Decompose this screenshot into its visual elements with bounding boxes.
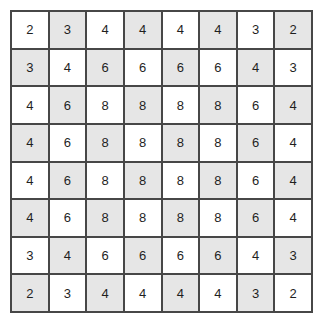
grid-cell: 6 <box>87 238 123 274</box>
grid-cell: 4 <box>87 275 123 311</box>
grid-cell: 3 <box>50 275 86 311</box>
grid-cell: 6 <box>200 50 236 86</box>
grid-cell: 4 <box>12 125 48 161</box>
grid-cell: 6 <box>163 50 199 86</box>
grid-cell: 4 <box>163 275 199 311</box>
grid-cell: 6 <box>238 87 274 123</box>
grid-cell: 8 <box>125 87 161 123</box>
grid-cell: 8 <box>125 200 161 236</box>
grid-cell: 6 <box>238 200 274 236</box>
grid-cell: 3 <box>12 50 48 86</box>
grid-cell: 6 <box>50 125 86 161</box>
grid-cell: 4 <box>125 12 161 48</box>
grid-cell: 8 <box>125 125 161 161</box>
grid-cell: 8 <box>125 163 161 199</box>
grid-cell: 3 <box>275 238 311 274</box>
grid-cell: 4 <box>238 50 274 86</box>
grid-cell: 8 <box>87 163 123 199</box>
grid-cell: 3 <box>50 12 86 48</box>
grid-cell: 8 <box>200 87 236 123</box>
grid-cell: 3 <box>275 50 311 86</box>
grid-cell: 6 <box>238 163 274 199</box>
grid-cell: 6 <box>50 200 86 236</box>
grid-cell: 3 <box>12 238 48 274</box>
grid-cell: 4 <box>125 275 161 311</box>
grid-cell: 8 <box>87 125 123 161</box>
grid-cell: 6 <box>125 50 161 86</box>
grid-cell: 4 <box>275 125 311 161</box>
grid-cell: 4 <box>200 275 236 311</box>
grid-cell: 8 <box>163 125 199 161</box>
grid-cell: 4 <box>275 87 311 123</box>
grid-cell: 4 <box>163 12 199 48</box>
page: 2344443234666643468888644688886446888864… <box>0 0 323 323</box>
grid-cell: 8 <box>163 200 199 236</box>
grid-cell: 6 <box>238 125 274 161</box>
grid-cell: 4 <box>50 50 86 86</box>
grid-cell: 2 <box>12 275 48 311</box>
grid-cell: 6 <box>50 163 86 199</box>
grid-cell: 6 <box>200 238 236 274</box>
grid-cell: 4 <box>238 238 274 274</box>
grid-cell: 4 <box>275 163 311 199</box>
grid-cell: 6 <box>125 238 161 274</box>
grid-cell: 8 <box>163 87 199 123</box>
grid-cell: 6 <box>163 238 199 274</box>
grid-cell: 6 <box>50 87 86 123</box>
grid-cell: 2 <box>12 12 48 48</box>
grid-cell: 2 <box>275 275 311 311</box>
grid-cell: 8 <box>87 200 123 236</box>
grid-cell: 4 <box>87 12 123 48</box>
grid-cell: 8 <box>87 87 123 123</box>
grid-cell: 4 <box>12 163 48 199</box>
grid-cell: 3 <box>238 275 274 311</box>
grid-cell: 4 <box>12 87 48 123</box>
grid-cell: 8 <box>200 125 236 161</box>
grid-cell: 2 <box>275 12 311 48</box>
grid-cell: 4 <box>200 12 236 48</box>
grid-cell: 8 <box>200 163 236 199</box>
grid-cell: 4 <box>12 200 48 236</box>
grid-cell: 6 <box>87 50 123 86</box>
grid-cell: 8 <box>163 163 199 199</box>
grid-cell: 3 <box>238 12 274 48</box>
grid-cell: 4 <box>50 238 86 274</box>
grid-cell: 8 <box>200 200 236 236</box>
grid-cell: 4 <box>275 200 311 236</box>
knight-moves-board: 2344443234666643468888644688886446888864… <box>10 10 313 313</box>
